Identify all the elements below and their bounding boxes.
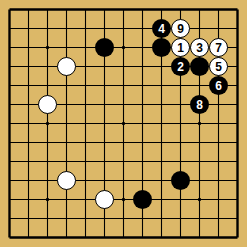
move-number-label: 1 (177, 42, 184, 54)
stone-black-move-2: 2 (171, 57, 191, 77)
stone-black (133, 190, 153, 210)
stone-black (152, 38, 172, 58)
stone-black-move-4: 4 (152, 19, 172, 39)
stone-white-move-5: 5 (209, 57, 229, 77)
stone-white (57, 57, 77, 77)
go-board[interactable]: 491372568 (0, 0, 247, 247)
stone-white-move-7: 7 (209, 38, 229, 58)
stone-white (57, 171, 77, 191)
stone-black (95, 38, 115, 58)
move-number-label: 3 (196, 42, 203, 54)
stone-black-move-6: 6 (209, 76, 229, 96)
stone-black (171, 171, 191, 191)
move-number-label: 6 (215, 80, 222, 92)
stone-white (38, 95, 58, 115)
move-number-label: 4 (158, 23, 165, 35)
move-number-label: 7 (215, 42, 222, 54)
stone-black (190, 57, 210, 77)
stone-white-move-3: 3 (190, 38, 210, 58)
move-number-label: 2 (177, 61, 184, 73)
move-number-label: 9 (177, 23, 184, 35)
move-number-label: 5 (215, 61, 222, 73)
move-number-label: 8 (196, 99, 203, 111)
stone-white (95, 190, 115, 210)
stones-layer: 491372568 (0, 0, 247, 247)
stone-black-move-8: 8 (190, 95, 210, 115)
stone-white-move-9: 9 (171, 19, 191, 39)
stone-white-move-1: 1 (171, 38, 191, 58)
